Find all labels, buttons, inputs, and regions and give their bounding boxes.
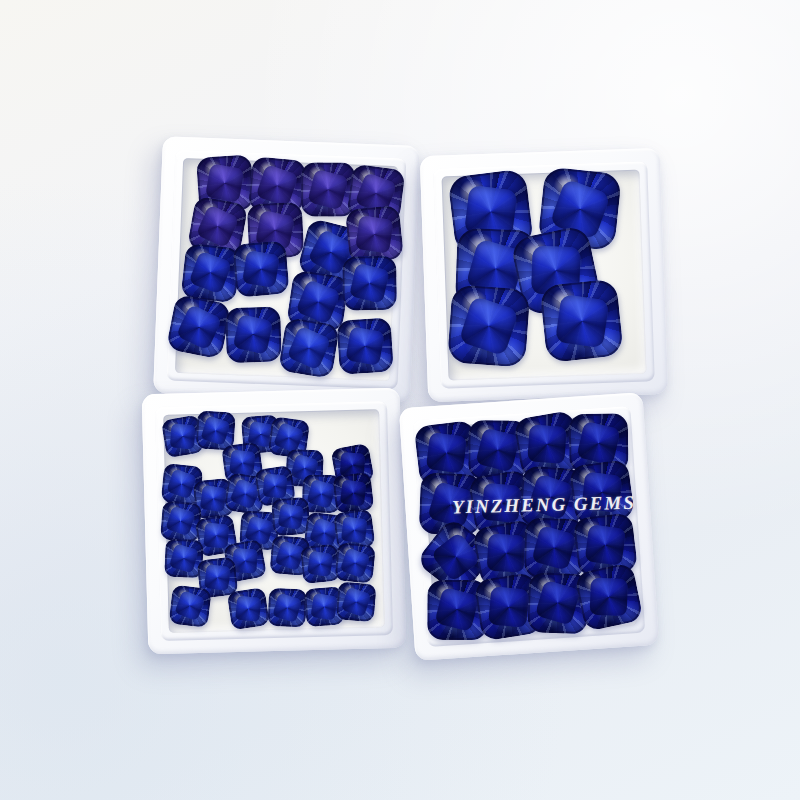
gemstone xyxy=(342,256,397,311)
gem-box-bottom-right xyxy=(399,392,659,661)
gem-box-top-left-foam xyxy=(175,158,398,381)
gemstone xyxy=(301,162,355,216)
gemstone xyxy=(267,588,307,628)
photo-stage: YINZHENG GEMS xyxy=(0,0,800,800)
gemstone xyxy=(337,317,394,374)
gem-box-top-right xyxy=(420,148,668,402)
gemstone xyxy=(300,543,340,583)
gemstone xyxy=(334,542,375,583)
gemstone xyxy=(160,500,202,542)
gemstone xyxy=(278,317,340,379)
gemstone xyxy=(574,562,644,632)
gemstone xyxy=(181,243,242,304)
gemstone xyxy=(336,581,377,622)
gem-box-bottom-left-foam xyxy=(163,409,385,633)
gemstone xyxy=(344,205,403,264)
gemstone xyxy=(227,587,270,630)
gemstone xyxy=(168,584,211,627)
gemstone xyxy=(165,293,231,359)
gemstone xyxy=(226,307,283,364)
gemstone xyxy=(232,240,289,297)
gem-box-top-left xyxy=(153,136,420,403)
gem-box-bottom-right-foam xyxy=(421,415,637,639)
gemstone xyxy=(539,278,624,363)
gem-box-top-right-foam xyxy=(442,170,647,381)
gemstone xyxy=(332,472,374,514)
gemstone xyxy=(447,284,530,367)
gem-box-bottom-left xyxy=(142,388,407,655)
